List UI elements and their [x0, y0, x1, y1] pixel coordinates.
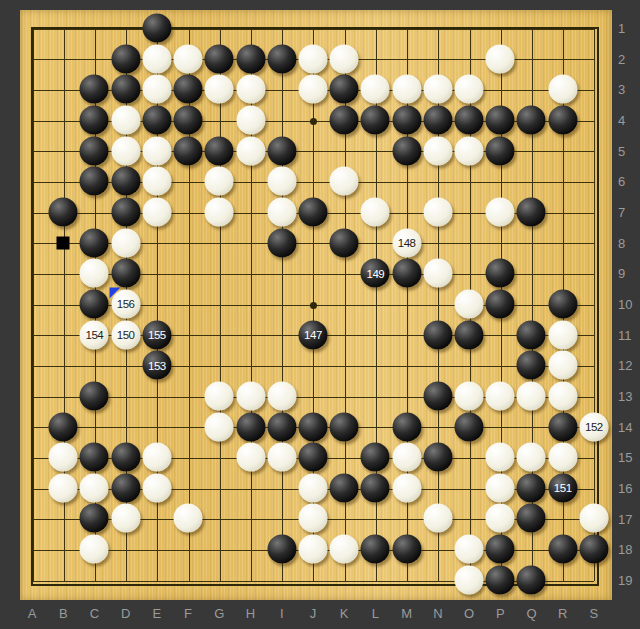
white-stone-R3[interactable] — [548, 75, 577, 104]
intersection-H4[interactable] — [235, 105, 266, 136]
intersection-J9[interactable] — [297, 258, 328, 289]
white-stone-N3[interactable] — [423, 75, 452, 104]
intersection-H1[interactable] — [235, 13, 266, 44]
intersection-K3[interactable] — [329, 74, 360, 105]
intersection-O6[interactable] — [453, 166, 484, 197]
intersection-L8[interactable] — [360, 227, 391, 258]
intersection-J13[interactable] — [297, 381, 328, 412]
intersection-A18[interactable] — [16, 534, 47, 565]
white-stone-C9[interactable] — [80, 259, 109, 288]
intersection-J14[interactable] — [297, 411, 328, 442]
black-stone-P4[interactable] — [486, 105, 515, 134]
intersection-P7[interactable] — [485, 197, 516, 228]
intersection-P17[interactable] — [485, 503, 516, 534]
intersection-S3[interactable] — [578, 74, 609, 105]
intersection-O8[interactable] — [453, 227, 484, 258]
white-stone-S17[interactable] — [579, 504, 608, 533]
white-stone-J17[interactable] — [298, 504, 327, 533]
white-stone-R13[interactable] — [548, 381, 577, 410]
intersection-R13[interactable] — [547, 381, 578, 412]
intersection-H8[interactable] — [235, 227, 266, 258]
black-stone-Q11[interactable] — [517, 320, 546, 349]
white-stone-E3[interactable] — [142, 75, 171, 104]
intersection-C18[interactable] — [79, 534, 110, 565]
intersection-J7[interactable] — [297, 197, 328, 228]
intersection-J15[interactable] — [297, 442, 328, 473]
intersection-D8[interactable] — [110, 227, 141, 258]
intersection-C14[interactable] — [79, 411, 110, 442]
intersection-N4[interactable] — [422, 105, 453, 136]
black-stone-C15[interactable] — [80, 443, 109, 472]
intersection-F11[interactable] — [172, 319, 203, 350]
intersection-I1[interactable] — [266, 13, 297, 44]
intersection-P2[interactable] — [485, 43, 516, 74]
intersection-R19[interactable] — [547, 564, 578, 595]
intersection-A8[interactable] — [16, 227, 47, 258]
intersection-P9[interactable] — [485, 258, 516, 289]
white-stone-S14[interactable]: 152 — [579, 412, 608, 441]
intersection-K4[interactable] — [329, 105, 360, 136]
black-stone-L18[interactable] — [361, 535, 390, 564]
intersection-N13[interactable] — [422, 381, 453, 412]
intersection-L18[interactable] — [360, 534, 391, 565]
white-stone-E15[interactable] — [142, 443, 171, 472]
intersection-K16[interactable] — [329, 473, 360, 504]
intersection-C11[interactable]: 154 — [79, 319, 110, 350]
white-stone-D4[interactable] — [111, 105, 140, 134]
intersection-I3[interactable] — [266, 74, 297, 105]
intersection-M12[interactable] — [391, 350, 422, 381]
intersection-A2[interactable] — [16, 43, 47, 74]
intersection-I11[interactable] — [266, 319, 297, 350]
intersection-F17[interactable] — [172, 503, 203, 534]
intersection-O3[interactable] — [453, 74, 484, 105]
black-stone-C6[interactable] — [80, 167, 109, 196]
intersection-G14[interactable] — [204, 411, 235, 442]
intersection-L9[interactable]: 149 — [360, 258, 391, 289]
intersection-S9[interactable] — [578, 258, 609, 289]
intersection-G4[interactable] — [204, 105, 235, 136]
intersection-D7[interactable] — [110, 197, 141, 228]
intersection-E4[interactable] — [141, 105, 172, 136]
white-stone-I7[interactable] — [267, 197, 296, 226]
black-stone-R18[interactable] — [548, 535, 577, 564]
black-stone-J7[interactable] — [298, 197, 327, 226]
intersection-P19[interactable] — [485, 564, 516, 595]
intersection-L1[interactable] — [360, 13, 391, 44]
white-stone-I13[interactable] — [267, 381, 296, 410]
black-stone-L15[interactable] — [361, 443, 390, 472]
intersection-M16[interactable] — [391, 473, 422, 504]
intersection-M4[interactable] — [391, 105, 422, 136]
intersection-O14[interactable] — [453, 411, 484, 442]
intersection-G17[interactable] — [204, 503, 235, 534]
intersection-R7[interactable] — [547, 197, 578, 228]
black-stone-Q19[interactable] — [517, 565, 546, 594]
intersection-J10[interactable] — [297, 289, 328, 320]
intersection-K15[interactable] — [329, 442, 360, 473]
intersection-F18[interactable] — [172, 534, 203, 565]
intersection-F1[interactable] — [172, 13, 203, 44]
intersection-G9[interactable] — [204, 258, 235, 289]
intersection-H6[interactable] — [235, 166, 266, 197]
intersection-E12[interactable]: 153 — [141, 350, 172, 381]
white-stone-M16[interactable] — [392, 473, 421, 502]
intersection-B17[interactable] — [48, 503, 79, 534]
intersection-P10[interactable] — [485, 289, 516, 320]
intersection-C3[interactable] — [79, 74, 110, 105]
white-stone-N7[interactable] — [423, 197, 452, 226]
intersection-I16[interactable] — [266, 473, 297, 504]
white-stone-Q15[interactable] — [517, 443, 546, 472]
intersection-B7[interactable] — [48, 197, 79, 228]
intersection-G15[interactable] — [204, 442, 235, 473]
intersection-F10[interactable] — [172, 289, 203, 320]
intersection-I6[interactable] — [266, 166, 297, 197]
intersection-H18[interactable] — [235, 534, 266, 565]
black-stone-R10[interactable] — [548, 289, 577, 318]
intersection-B8[interactable] — [48, 227, 79, 258]
intersection-J3[interactable] — [297, 74, 328, 105]
intersection-L11[interactable] — [360, 319, 391, 350]
white-stone-F17[interactable] — [174, 504, 203, 533]
white-stone-H4[interactable] — [236, 105, 265, 134]
black-stone-O14[interactable] — [455, 412, 484, 441]
black-stone-K8[interactable] — [330, 228, 359, 257]
intersection-P4[interactable] — [485, 105, 516, 136]
intersection-J16[interactable] — [297, 473, 328, 504]
intersection-O10[interactable] — [453, 289, 484, 320]
intersection-A9[interactable] — [16, 258, 47, 289]
intersection-F13[interactable] — [172, 381, 203, 412]
intersection-G12[interactable] — [204, 350, 235, 381]
intersection-O9[interactable] — [453, 258, 484, 289]
white-stone-P17[interactable] — [486, 504, 515, 533]
intersection-D4[interactable] — [110, 105, 141, 136]
black-stone-I14[interactable] — [267, 412, 296, 441]
intersection-O15[interactable] — [453, 442, 484, 473]
intersection-Q6[interactable] — [516, 166, 547, 197]
white-stone-K18[interactable] — [330, 535, 359, 564]
intersection-K11[interactable] — [329, 319, 360, 350]
intersection-R5[interactable] — [547, 135, 578, 166]
black-stone-L4[interactable] — [361, 105, 390, 134]
intersection-B18[interactable] — [48, 534, 79, 565]
intersection-M15[interactable] — [391, 442, 422, 473]
intersection-B14[interactable] — [48, 411, 79, 442]
intersection-H11[interactable] — [235, 319, 266, 350]
black-stone-M9[interactable] — [392, 259, 421, 288]
white-stone-B16[interactable] — [49, 473, 78, 502]
black-stone-F5[interactable] — [174, 136, 203, 165]
intersection-F12[interactable] — [172, 350, 203, 381]
intersection-R18[interactable] — [547, 534, 578, 565]
intersection-P14[interactable] — [485, 411, 516, 442]
intersection-N17[interactable] — [422, 503, 453, 534]
intersection-N16[interactable] — [422, 473, 453, 504]
intersection-R4[interactable] — [547, 105, 578, 136]
intersection-F4[interactable] — [172, 105, 203, 136]
white-stone-D10[interactable]: 156 — [111, 289, 140, 318]
intersection-Q18[interactable] — [516, 534, 547, 565]
white-stone-J16[interactable] — [298, 473, 327, 502]
black-stone-N4[interactable] — [423, 105, 452, 134]
intersection-R6[interactable] — [547, 166, 578, 197]
intersection-F2[interactable] — [172, 43, 203, 74]
intersection-D10[interactable]: 156 — [110, 289, 141, 320]
intersection-K10[interactable] — [329, 289, 360, 320]
intersection-M10[interactable] — [391, 289, 422, 320]
intersection-B19[interactable] — [48, 564, 79, 595]
intersection-H17[interactable] — [235, 503, 266, 534]
intersection-S19[interactable] — [578, 564, 609, 595]
intersection-H19[interactable] — [235, 564, 266, 595]
intersection-D1[interactable] — [110, 13, 141, 44]
black-stone-E1[interactable] — [142, 13, 171, 42]
black-stone-F3[interactable] — [174, 75, 203, 104]
intersection-Q15[interactable] — [516, 442, 547, 473]
white-stone-C16[interactable] — [80, 473, 109, 502]
intersection-H9[interactable] — [235, 258, 266, 289]
intersection-P15[interactable] — [485, 442, 516, 473]
intersection-E15[interactable] — [141, 442, 172, 473]
intersection-E7[interactable] — [141, 197, 172, 228]
intersection-B2[interactable] — [48, 43, 79, 74]
intersection-E14[interactable] — [141, 411, 172, 442]
intersection-F14[interactable] — [172, 411, 203, 442]
intersection-Q7[interactable] — [516, 197, 547, 228]
intersection-B1[interactable] — [48, 13, 79, 44]
black-stone-Q12[interactable] — [517, 351, 546, 380]
white-stone-P16[interactable] — [486, 473, 515, 502]
black-stone-R14[interactable] — [548, 412, 577, 441]
intersection-O12[interactable] — [453, 350, 484, 381]
intersection-P1[interactable] — [485, 13, 516, 44]
intersection-F9[interactable] — [172, 258, 203, 289]
intersection-P18[interactable] — [485, 534, 516, 565]
intersection-A15[interactable] — [16, 442, 47, 473]
intersection-L17[interactable] — [360, 503, 391, 534]
intersection-N12[interactable] — [422, 350, 453, 381]
intersection-B13[interactable] — [48, 381, 79, 412]
intersection-N8[interactable] — [422, 227, 453, 258]
intersection-G2[interactable] — [204, 43, 235, 74]
intersection-G3[interactable] — [204, 74, 235, 105]
intersection-O11[interactable] — [453, 319, 484, 350]
black-stone-N15[interactable] — [423, 443, 452, 472]
intersection-J12[interactable] — [297, 350, 328, 381]
intersection-B11[interactable] — [48, 319, 79, 350]
intersection-N7[interactable] — [422, 197, 453, 228]
intersection-K5[interactable] — [329, 135, 360, 166]
black-stone-J14[interactable] — [298, 412, 327, 441]
intersection-R9[interactable] — [547, 258, 578, 289]
white-stone-H15[interactable] — [236, 443, 265, 472]
intersection-K2[interactable] — [329, 43, 360, 74]
black-stone-S18[interactable] — [579, 535, 608, 564]
intersection-K8[interactable] — [329, 227, 360, 258]
goban-board[interactable]: 148149156154150155147153152151 — [16, 13, 609, 596]
black-stone-G2[interactable] — [205, 44, 234, 73]
intersection-R16[interactable]: 151 — [547, 473, 578, 504]
black-stone-I2[interactable] — [267, 44, 296, 73]
intersection-M18[interactable] — [391, 534, 422, 565]
intersection-O16[interactable] — [453, 473, 484, 504]
intersection-M8[interactable]: 148 — [391, 227, 422, 258]
intersection-O7[interactable] — [453, 197, 484, 228]
intersection-I9[interactable] — [266, 258, 297, 289]
black-stone-C17[interactable] — [80, 504, 109, 533]
white-stone-D11[interactable]: 150 — [111, 320, 140, 349]
black-stone-D15[interactable] — [111, 443, 140, 472]
intersection-M6[interactable] — [391, 166, 422, 197]
black-stone-E12[interactable]: 153 — [142, 351, 171, 380]
intersection-S11[interactable] — [578, 319, 609, 350]
intersection-R12[interactable] — [547, 350, 578, 381]
intersection-S15[interactable] — [578, 442, 609, 473]
intersection-P3[interactable] — [485, 74, 516, 105]
white-stone-C11[interactable]: 154 — [80, 320, 109, 349]
intersection-R17[interactable] — [547, 503, 578, 534]
black-stone-H14[interactable] — [236, 412, 265, 441]
intersection-G6[interactable] — [204, 166, 235, 197]
intersection-I12[interactable] — [266, 350, 297, 381]
intersection-C4[interactable] — [79, 105, 110, 136]
intersection-R2[interactable] — [547, 43, 578, 74]
intersection-E13[interactable] — [141, 381, 172, 412]
white-stone-E2[interactable] — [142, 44, 171, 73]
intersection-Q1[interactable] — [516, 13, 547, 44]
intersection-M9[interactable] — [391, 258, 422, 289]
black-stone-C10[interactable] — [80, 289, 109, 318]
intersection-I13[interactable] — [266, 381, 297, 412]
intersection-I15[interactable] — [266, 442, 297, 473]
intersection-M13[interactable] — [391, 381, 422, 412]
intersection-I17[interactable] — [266, 503, 297, 534]
intersection-J1[interactable] — [297, 13, 328, 44]
intersection-N18[interactable] — [422, 534, 453, 565]
intersection-P13[interactable] — [485, 381, 516, 412]
black-stone-Q16[interactable] — [517, 473, 546, 502]
white-stone-N9[interactable] — [423, 259, 452, 288]
black-stone-D9[interactable] — [111, 259, 140, 288]
intersection-O18[interactable] — [453, 534, 484, 565]
intersection-S16[interactable] — [578, 473, 609, 504]
intersection-M1[interactable] — [391, 13, 422, 44]
black-stone-N11[interactable] — [423, 320, 452, 349]
intersection-B6[interactable] — [48, 166, 79, 197]
intersection-O19[interactable] — [453, 564, 484, 595]
intersection-B5[interactable] — [48, 135, 79, 166]
black-stone-I8[interactable] — [267, 228, 296, 257]
intersection-I5[interactable] — [266, 135, 297, 166]
intersection-E11[interactable]: 155 — [141, 319, 172, 350]
black-stone-K3[interactable] — [330, 75, 359, 104]
intersection-N10[interactable] — [422, 289, 453, 320]
intersection-Q12[interactable] — [516, 350, 547, 381]
intersection-C10[interactable] — [79, 289, 110, 320]
intersection-A1[interactable] — [16, 13, 47, 44]
white-stone-P2[interactable] — [486, 44, 515, 73]
intersection-H15[interactable] — [235, 442, 266, 473]
intersection-B10[interactable] — [48, 289, 79, 320]
intersection-G18[interactable] — [204, 534, 235, 565]
intersection-A19[interactable] — [16, 564, 47, 595]
intersection-C19[interactable] — [79, 564, 110, 595]
intersection-L3[interactable] — [360, 74, 391, 105]
intersection-D5[interactable] — [110, 135, 141, 166]
black-stone-Q7[interactable] — [517, 197, 546, 226]
intersection-D2[interactable] — [110, 43, 141, 74]
intersection-S13[interactable] — [578, 381, 609, 412]
white-stone-O13[interactable] — [455, 381, 484, 410]
intersection-G19[interactable] — [204, 564, 235, 595]
intersection-R8[interactable] — [547, 227, 578, 258]
white-stone-M8[interactable]: 148 — [392, 228, 421, 257]
intersection-A14[interactable] — [16, 411, 47, 442]
intersection-L5[interactable] — [360, 135, 391, 166]
intersection-J17[interactable] — [297, 503, 328, 534]
black-stone-I18[interactable] — [267, 535, 296, 564]
white-stone-O5[interactable] — [455, 136, 484, 165]
black-stone-K16[interactable] — [330, 473, 359, 502]
intersection-N15[interactable] — [422, 442, 453, 473]
white-stone-P13[interactable] — [486, 381, 515, 410]
intersection-M14[interactable] — [391, 411, 422, 442]
intersection-N2[interactable] — [422, 43, 453, 74]
intersection-N9[interactable] — [422, 258, 453, 289]
intersection-H13[interactable] — [235, 381, 266, 412]
intersection-P5[interactable] — [485, 135, 516, 166]
intersection-F3[interactable] — [172, 74, 203, 105]
intersection-C7[interactable] — [79, 197, 110, 228]
intersection-D17[interactable] — [110, 503, 141, 534]
black-stone-B14[interactable] — [49, 412, 78, 441]
intersection-A3[interactable] — [16, 74, 47, 105]
intersection-I10[interactable] — [266, 289, 297, 320]
intersection-S6[interactable] — [578, 166, 609, 197]
intersection-M19[interactable] — [391, 564, 422, 595]
intersection-A10[interactable] — [16, 289, 47, 320]
black-stone-Q17[interactable] — [517, 504, 546, 533]
intersection-O1[interactable] — [453, 13, 484, 44]
black-stone-C13[interactable] — [80, 381, 109, 410]
white-stone-G13[interactable] — [205, 381, 234, 410]
white-stone-H13[interactable] — [236, 381, 265, 410]
intersection-G1[interactable] — [204, 13, 235, 44]
black-stone-E4[interactable] — [142, 105, 171, 134]
white-stone-O10[interactable] — [455, 289, 484, 318]
intersection-L6[interactable] — [360, 166, 391, 197]
black-stone-G5[interactable] — [205, 136, 234, 165]
white-stone-P15[interactable] — [486, 443, 515, 472]
intersection-F15[interactable] — [172, 442, 203, 473]
white-stone-G6[interactable] — [205, 167, 234, 196]
intersection-E10[interactable] — [141, 289, 172, 320]
intersection-C5[interactable] — [79, 135, 110, 166]
intersection-E9[interactable] — [141, 258, 172, 289]
intersection-J19[interactable] — [297, 564, 328, 595]
intersection-A7[interactable] — [16, 197, 47, 228]
intersection-C9[interactable] — [79, 258, 110, 289]
intersection-E1[interactable] — [141, 13, 172, 44]
intersection-A13[interactable] — [16, 381, 47, 412]
intersection-R1[interactable] — [547, 13, 578, 44]
intersection-J4[interactable] — [297, 105, 328, 136]
intersection-G13[interactable] — [204, 381, 235, 412]
white-stone-Q13[interactable] — [517, 381, 546, 410]
intersection-H5[interactable] — [235, 135, 266, 166]
